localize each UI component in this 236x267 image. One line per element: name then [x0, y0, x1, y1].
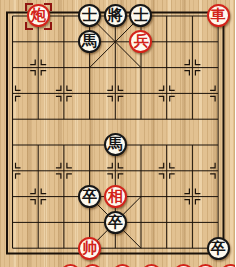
tray-red-piece-0[interactable] — [60, 264, 81, 267]
piece-black-advisor-right[interactable]: 士 — [129, 4, 152, 27]
piece-black-soldier-i[interactable]: 卒 — [207, 237, 230, 260]
piece-black-horse-left[interactable]: 馬 — [78, 30, 101, 53]
piece-red-elephant[interactable]: 相 — [104, 185, 127, 208]
piece-red-soldier[interactable]: 兵 — [129, 30, 152, 53]
tray-red-piece-2[interactable] — [112, 264, 133, 267]
piece-black-soldier-c[interactable]: 卒 — [78, 185, 101, 208]
piece-red-general[interactable]: 帅 — [78, 237, 101, 260]
tray-red-piece-6[interactable] — [220, 264, 236, 267]
xiangqi-board[interactable]: 炮士將士車馬兵馬卒相卒帅卒 — [0, 0, 235, 267]
tray-red-piece-5[interactable] — [195, 264, 216, 267]
piece-black-soldier-d[interactable]: 卒 — [104, 211, 127, 234]
pieces-layer[interactable]: 炮士將士車馬兵馬卒相卒帅卒 — [0, 3, 231, 261]
piece-black-horse-center[interactable]: 馬 — [104, 133, 127, 156]
piece-red-chariot[interactable]: 車 — [207, 4, 230, 27]
tray-red-piece-4[interactable] — [173, 264, 194, 267]
tray-red-piece-3[interactable] — [141, 264, 162, 267]
piece-black-general[interactable]: 將 — [104, 4, 127, 27]
tray-red-piece-1[interactable] — [82, 264, 103, 267]
piece-black-advisor-left[interactable]: 士 — [78, 4, 101, 27]
piece-red-cannon[interactable]: 炮 — [27, 4, 50, 27]
